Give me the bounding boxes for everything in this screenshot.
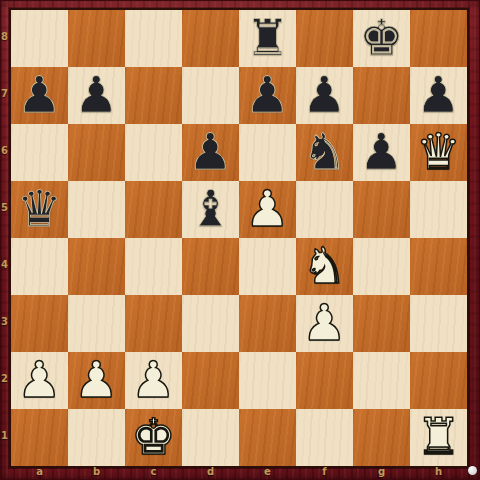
file-label-h: h	[429, 466, 449, 478]
piece-white-pawn-e5[interactable]: ♟	[239, 181, 296, 238]
rank-label-8: 8	[0, 31, 9, 42]
square-e4[interactable]	[239, 238, 296, 295]
square-d6[interactable]: ♟	[182, 124, 239, 181]
piece-black-pawn-d6[interactable]: ♟	[182, 124, 239, 181]
piece-black-pawn-f7[interactable]: ♟	[296, 67, 353, 124]
square-c3[interactable]	[125, 295, 182, 352]
square-d1[interactable]	[182, 409, 239, 466]
square-f3[interactable]: ♟	[296, 295, 353, 352]
square-f5[interactable]	[296, 181, 353, 238]
square-f4[interactable]: ♞	[296, 238, 353, 295]
square-e7[interactable]: ♟	[239, 67, 296, 124]
file-label-b: b	[87, 466, 107, 478]
piece-black-bishop-d5[interactable]: ♝	[182, 181, 239, 238]
square-e6[interactable]	[239, 124, 296, 181]
piece-black-king-g8[interactable]: ♚	[353, 10, 410, 67]
square-a8[interactable]	[11, 10, 68, 67]
piece-black-pawn-h7[interactable]: ♟	[410, 67, 467, 124]
square-d8[interactable]	[182, 10, 239, 67]
square-g1[interactable]	[353, 409, 410, 466]
file-label-a: a	[30, 466, 50, 478]
white-to-move-indicator	[468, 466, 477, 475]
square-b4[interactable]	[68, 238, 125, 295]
square-g6[interactable]: ♟	[353, 124, 410, 181]
square-a1[interactable]	[11, 409, 68, 466]
square-b7[interactable]: ♟	[68, 67, 125, 124]
chess-board: ♜♚♟♟♟♟♟♟♞♟♛♛♝♟♞♟♟♟♟♚♜	[9, 8, 469, 468]
square-a2[interactable]: ♟	[11, 352, 68, 409]
piece-white-queen-h6[interactable]: ♛	[410, 124, 467, 181]
square-g4[interactable]	[353, 238, 410, 295]
file-label-f: f	[315, 466, 335, 478]
piece-black-pawn-e7[interactable]: ♟	[239, 67, 296, 124]
square-e3[interactable]	[239, 295, 296, 352]
square-g7[interactable]	[353, 67, 410, 124]
square-b3[interactable]	[68, 295, 125, 352]
square-h7[interactable]: ♟	[410, 67, 467, 124]
piece-white-pawn-a2[interactable]: ♟	[11, 352, 68, 409]
piece-white-pawn-b2[interactable]: ♟	[68, 352, 125, 409]
square-a5[interactable]: ♛	[11, 181, 68, 238]
square-e2[interactable]	[239, 352, 296, 409]
square-a3[interactable]	[11, 295, 68, 352]
square-f8[interactable]	[296, 10, 353, 67]
piece-white-pawn-f3[interactable]: ♟	[296, 295, 353, 352]
square-b6[interactable]	[68, 124, 125, 181]
square-c6[interactable]	[125, 124, 182, 181]
square-b2[interactable]: ♟	[68, 352, 125, 409]
square-e8[interactable]: ♜	[239, 10, 296, 67]
square-d2[interactable]	[182, 352, 239, 409]
square-h3[interactable]	[410, 295, 467, 352]
file-label-d: d	[201, 466, 221, 478]
piece-white-rook-h1[interactable]: ♜	[410, 409, 467, 466]
piece-black-knight-f6[interactable]: ♞	[296, 124, 353, 181]
square-c5[interactable]	[125, 181, 182, 238]
rank-label-5: 5	[0, 202, 9, 213]
square-d4[interactable]	[182, 238, 239, 295]
rank-label-6: 6	[0, 145, 9, 156]
piece-black-rook-e8[interactable]: ♜	[239, 10, 296, 67]
square-c4[interactable]	[125, 238, 182, 295]
square-h6[interactable]: ♛	[410, 124, 467, 181]
square-h1[interactable]: ♜	[410, 409, 467, 466]
square-d3[interactable]	[182, 295, 239, 352]
piece-black-pawn-b7[interactable]: ♟	[68, 67, 125, 124]
square-g8[interactable]: ♚	[353, 10, 410, 67]
square-f6[interactable]: ♞	[296, 124, 353, 181]
file-label-e: e	[258, 466, 278, 478]
piece-white-king-c1[interactable]: ♚	[125, 409, 182, 466]
square-g2[interactable]	[353, 352, 410, 409]
square-b8[interactable]	[68, 10, 125, 67]
rank-label-1: 1	[0, 430, 9, 441]
square-g5[interactable]	[353, 181, 410, 238]
square-h2[interactable]	[410, 352, 467, 409]
piece-black-pawn-g6[interactable]: ♟	[353, 124, 410, 181]
square-e5[interactable]: ♟	[239, 181, 296, 238]
square-c7[interactable]	[125, 67, 182, 124]
square-f7[interactable]: ♟	[296, 67, 353, 124]
square-e1[interactable]	[239, 409, 296, 466]
rank-label-2: 2	[0, 373, 9, 384]
square-b1[interactable]	[68, 409, 125, 466]
square-c1[interactable]: ♚	[125, 409, 182, 466]
rank-label-3: 3	[0, 316, 9, 327]
square-c8[interactable]	[125, 10, 182, 67]
square-a7[interactable]: ♟	[11, 67, 68, 124]
square-h5[interactable]	[410, 181, 467, 238]
square-f2[interactable]	[296, 352, 353, 409]
piece-black-queen-a5[interactable]: ♛	[11, 181, 68, 238]
square-b5[interactable]	[68, 181, 125, 238]
square-c2[interactable]: ♟	[125, 352, 182, 409]
rank-label-4: 4	[0, 259, 9, 270]
rank-label-7: 7	[0, 88, 9, 99]
square-g3[interactable]	[353, 295, 410, 352]
piece-black-pawn-a7[interactable]: ♟	[11, 67, 68, 124]
piece-white-knight-f4[interactable]: ♞	[296, 238, 353, 295]
square-h4[interactable]	[410, 238, 467, 295]
file-label-g: g	[372, 466, 392, 478]
square-d7[interactable]	[182, 67, 239, 124]
square-d5[interactable]: ♝	[182, 181, 239, 238]
square-h8[interactable]	[410, 10, 467, 67]
square-a6[interactable]	[11, 124, 68, 181]
piece-white-pawn-c2[interactable]: ♟	[125, 352, 182, 409]
square-a4[interactable]	[11, 238, 68, 295]
square-f1[interactable]	[296, 409, 353, 466]
file-label-c: c	[144, 466, 164, 478]
